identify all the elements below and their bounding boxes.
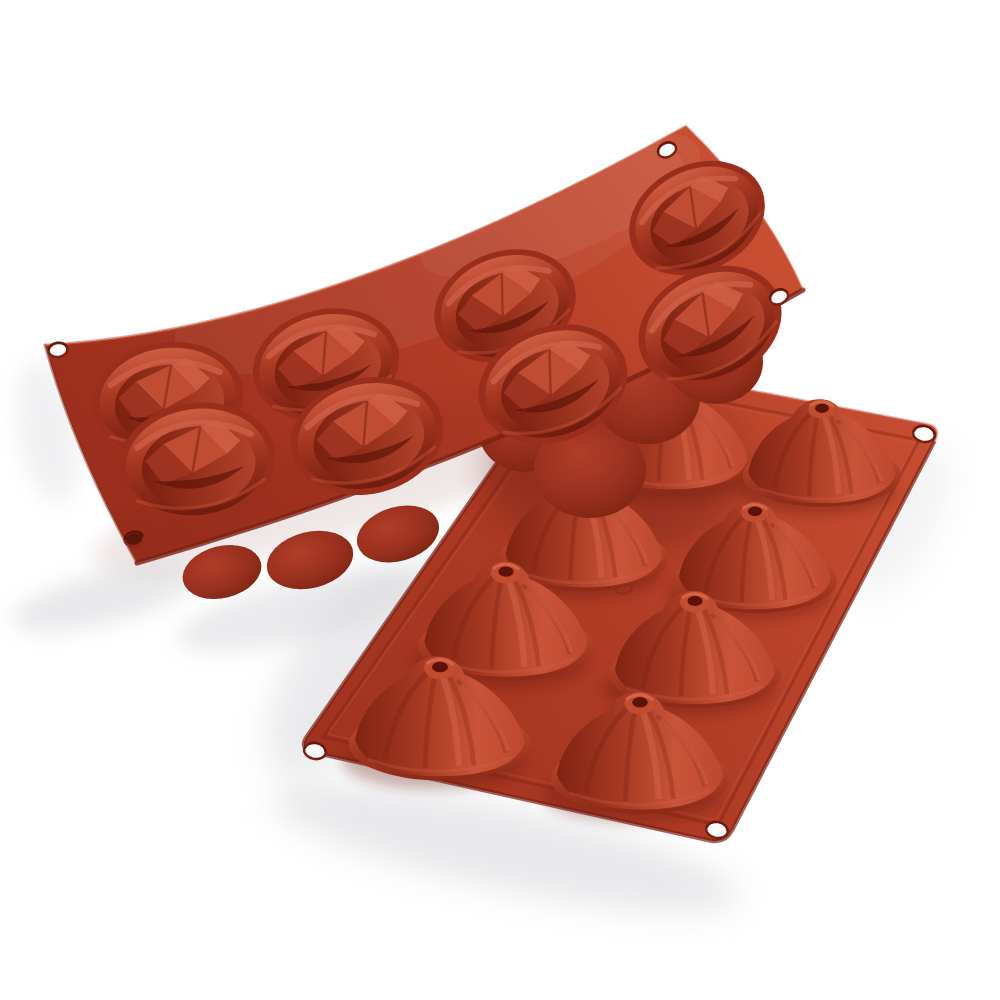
product-photo <box>0 0 1000 1000</box>
silicone-mold-photo <box>0 0 1000 1000</box>
